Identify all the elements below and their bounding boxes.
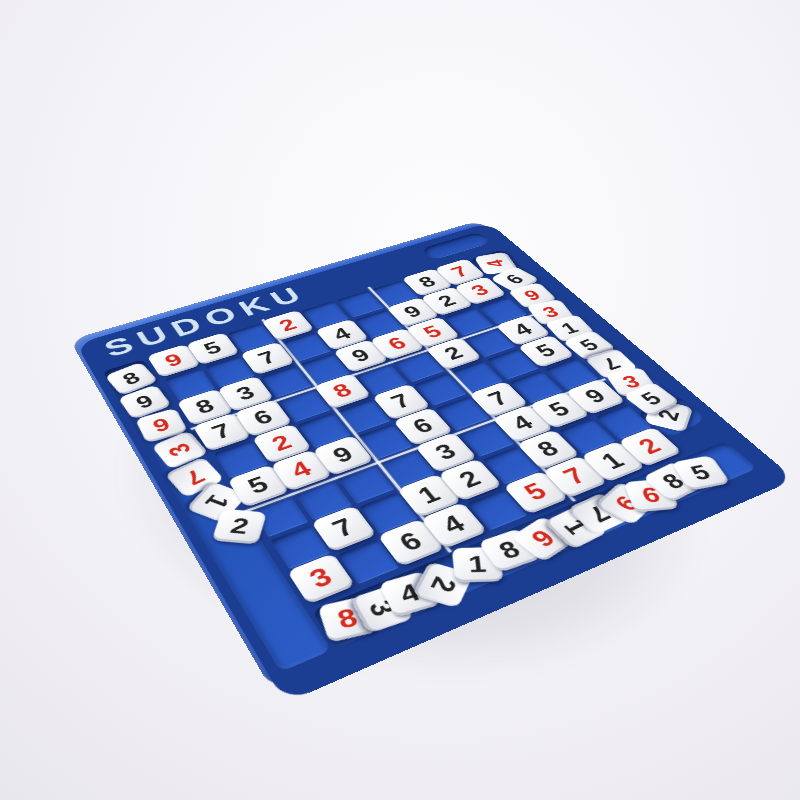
product-photo-scene: SUDOKU 8993712 469315735 8342189179685 2… bbox=[0, 0, 800, 800]
tray-tile-left-7[interactable]: 2 bbox=[212, 509, 267, 545]
sudoku-board: SUDOKU 8993712 469315735 8342189179685 2… bbox=[70, 220, 779, 692]
